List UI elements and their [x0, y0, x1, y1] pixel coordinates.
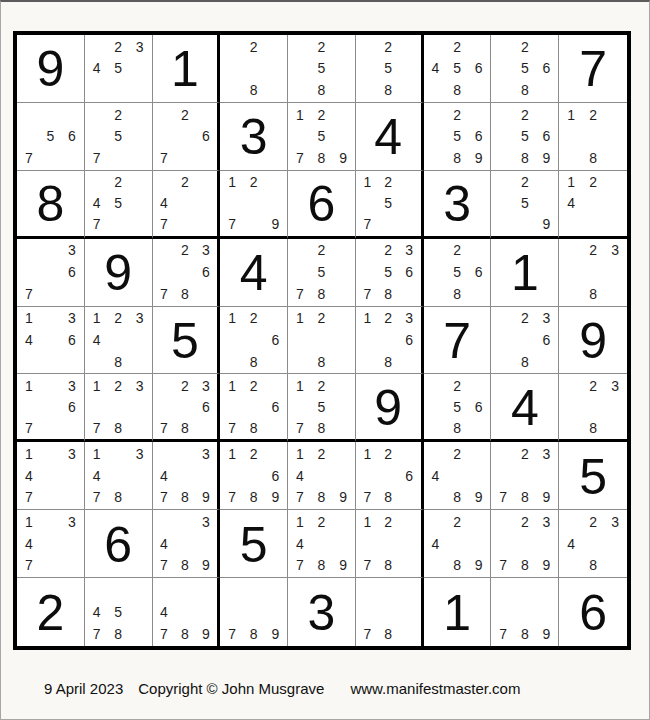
candidate-2: 2 [311, 511, 333, 533]
cell-r5c4[interactable]: 1268 [220, 307, 288, 375]
candidate-2: 2 [582, 172, 604, 193]
cell-r9c8[interactable]: 789 [491, 578, 559, 646]
candidate-2: 2 [107, 375, 129, 396]
cell-r7c3[interactable]: 34789 [153, 442, 221, 510]
candidate-8: 8 [311, 351, 333, 373]
cell-r3c3[interactable]: 247 [153, 171, 221, 239]
cell-r3c6[interactable]: 1257 [356, 171, 424, 239]
candidate-9: 9 [536, 623, 558, 645]
candidate-7: 7 [18, 487, 40, 509]
candidate-9: 9 [332, 487, 354, 509]
candidate-6: 6 [399, 329, 420, 351]
candidates: 2568 [425, 240, 490, 305]
candidates: 1367 [18, 375, 83, 438]
cell-r2c8[interactable]: 25689 [491, 103, 559, 171]
candidate-1: 1 [221, 308, 243, 330]
cell-r6c7[interactable]: 2568 [424, 374, 492, 442]
candidate-4: 4 [18, 533, 40, 555]
candidate-1: 1 [221, 172, 243, 193]
candidates: 2368 [492, 308, 557, 373]
candidate-2: 2 [107, 36, 129, 58]
cell-r3c7[interactable]: 3 [424, 171, 492, 239]
cell-r2c3[interactable]: 267 [153, 103, 221, 171]
cell-r1c8[interactable]: 2568 [491, 35, 559, 103]
cell-r9c4[interactable]: 789 [220, 578, 288, 646]
candidate-6: 6 [399, 261, 420, 283]
digit: 9 [36, 44, 64, 94]
candidate-5: 5 [378, 261, 399, 283]
candidate-1: 1 [18, 308, 40, 330]
candidate-7: 7 [154, 554, 175, 576]
candidates: 257 [86, 104, 151, 169]
candidate-2: 2 [582, 375, 604, 396]
candidate-8: 8 [311, 487, 333, 509]
candidate-9: 9 [332, 554, 354, 576]
candidates: 12348 [86, 308, 151, 373]
candidate-8: 8 [243, 487, 265, 509]
candidate-1: 1 [560, 172, 582, 193]
cell-r6c1[interactable]: 1367 [17, 374, 85, 442]
cell-r3c9[interactable]: 124 [559, 171, 627, 239]
cell-r6c2[interactable]: 12378 [85, 374, 153, 442]
candidate-9: 9 [195, 487, 216, 509]
cell-r4c5[interactable]: 2578 [288, 239, 356, 307]
candidate-1: 1 [86, 375, 108, 396]
cell-r9c5[interactable]: 3 [288, 578, 356, 646]
candidate-8: 8 [174, 623, 195, 645]
candidate-1: 1 [357, 511, 378, 533]
candidates: 12578 [289, 375, 354, 438]
candidate-8: 8 [378, 554, 399, 576]
cell-r7c8[interactable]: 23789 [491, 442, 559, 510]
cell-r7c7[interactable]: 2489 [424, 442, 492, 510]
candidate-2: 2 [311, 443, 333, 465]
candidate-6: 6 [536, 58, 558, 80]
candidates: 128 [560, 104, 626, 169]
cell-r4c7[interactable]: 2568 [424, 239, 492, 307]
cell-r1c6[interactable]: 258 [356, 35, 424, 103]
candidate-7: 7 [357, 214, 378, 235]
candidate-7: 7 [154, 417, 175, 438]
candidates: 4789 [154, 579, 217, 645]
candidate-8: 8 [514, 147, 536, 169]
digit: 4 [240, 248, 268, 298]
candidate-4: 4 [18, 465, 40, 487]
candidates: 128 [289, 308, 354, 373]
candidate-8: 8 [107, 351, 129, 373]
candidate-4: 4 [86, 329, 108, 351]
candidate-4: 4 [425, 533, 447, 555]
candidates: 124789 [289, 443, 354, 508]
candidates: 258 [357, 36, 420, 101]
candidate-7: 7 [18, 147, 40, 169]
cell-r3c1[interactable]: 8 [17, 171, 85, 239]
candidate-5: 5 [107, 193, 129, 214]
candidate-2: 2 [514, 36, 536, 58]
candidate-3: 3 [399, 308, 420, 330]
candidates: 23789 [492, 511, 557, 576]
candidate-9: 9 [536, 147, 558, 169]
candidate-5: 5 [107, 126, 129, 148]
candidates: 12678 [221, 375, 286, 438]
candidate-6: 6 [468, 58, 490, 80]
cell-r5c5[interactable]: 128 [288, 307, 356, 375]
candidate-3: 3 [195, 240, 216, 262]
candidate-2: 2 [174, 375, 195, 396]
candidate-3: 3 [195, 511, 216, 533]
digit: 9 [104, 248, 132, 298]
candidate-6: 6 [195, 396, 216, 417]
candidate-8: 8 [243, 351, 265, 373]
cell-r2c2[interactable]: 257 [85, 103, 153, 171]
candidate-3: 3 [61, 375, 83, 396]
candidate-4: 4 [154, 193, 175, 214]
cell-r5c1[interactable]: 1346 [17, 307, 85, 375]
candidate-8: 8 [378, 283, 399, 305]
candidate-3: 3 [61, 511, 83, 533]
candidate-1: 1 [357, 443, 378, 465]
cell-r7c1[interactable]: 1347 [17, 442, 85, 510]
cell-r5c2[interactable]: 12348 [85, 307, 153, 375]
candidate-6: 6 [195, 261, 216, 283]
candidate-7: 7 [18, 417, 40, 438]
cell-r8c6[interactable]: 1278 [356, 510, 424, 578]
candidate-2: 2 [378, 511, 399, 533]
cell-r7c5[interactable]: 124789 [288, 442, 356, 510]
candidate-4: 4 [289, 465, 311, 487]
candidate-4: 4 [154, 465, 175, 487]
candidate-2: 2 [243, 172, 265, 193]
cell-r3c4[interactable]: 1279 [220, 171, 288, 239]
candidate-6: 6 [536, 126, 558, 148]
candidate-9: 9 [536, 214, 558, 235]
candidate-8: 8 [446, 147, 468, 169]
candidate-6: 6 [468, 261, 490, 283]
footer: 9 April 2023 Copyright © John Musgrave w… [44, 680, 520, 700]
cell-r6c5[interactable]: 12578 [288, 374, 356, 442]
cell-r2c1[interactable]: 567 [17, 103, 85, 171]
candidates: 1347 [18, 443, 83, 508]
candidate-5: 5 [311, 261, 333, 283]
candidate-3: 3 [604, 375, 626, 396]
cell-r2c4[interactable]: 3 [220, 103, 288, 171]
candidate-4: 4 [560, 193, 582, 214]
candidates: 2489 [425, 443, 490, 508]
cell-r2c6[interactable]: 4 [356, 103, 424, 171]
candidates: 23678 [154, 240, 217, 305]
candidates: 1268 [221, 308, 286, 373]
candidate-2: 2 [582, 511, 604, 533]
candidate-6: 6 [468, 126, 490, 148]
candidate-7: 7 [86, 147, 108, 169]
candidate-5: 5 [107, 58, 129, 80]
candidate-9: 9 [332, 147, 354, 169]
candidate-3: 3 [129, 375, 151, 396]
candidate-2: 2 [107, 104, 129, 126]
candidate-8: 8 [378, 79, 399, 101]
candidates: 247 [154, 172, 217, 235]
candidate-7: 7 [221, 623, 243, 645]
candidate-8: 8 [514, 79, 536, 101]
candidate-5: 5 [311, 58, 333, 80]
footer-date: 9 April 2023 [44, 680, 123, 697]
candidate-8: 8 [446, 283, 468, 305]
candidate-6: 6 [61, 261, 83, 283]
candidates: 1278 [357, 511, 420, 576]
cell-r8c4[interactable]: 5 [220, 510, 288, 578]
candidate-8: 8 [311, 554, 333, 576]
digit: 9 [579, 316, 607, 366]
cell-r9c3[interactable]: 4789 [153, 578, 221, 646]
cell-r2c5[interactable]: 125789 [288, 103, 356, 171]
digit: 8 [36, 179, 64, 229]
cell-r9c9[interactable]: 6 [559, 578, 627, 646]
candidate-7: 7 [289, 147, 311, 169]
candidate-1: 1 [86, 308, 108, 330]
candidate-1: 1 [357, 172, 378, 193]
candidate-8: 8 [174, 283, 195, 305]
candidate-5: 5 [446, 126, 468, 148]
cell-r1c9[interactable]: 7 [559, 35, 627, 103]
candidate-2: 2 [514, 104, 536, 126]
candidate-6: 6 [265, 465, 287, 487]
cell-r2c7[interactable]: 25689 [424, 103, 492, 171]
candidate-8: 8 [174, 487, 195, 509]
candidate-2: 2 [243, 308, 265, 330]
cell-r7c4[interactable]: 126789 [220, 442, 288, 510]
cell-r4c6[interactable]: 235678 [356, 239, 424, 307]
cell-r6c9[interactable]: 238 [559, 374, 627, 442]
cell-r5c6[interactable]: 12368 [356, 307, 424, 375]
candidate-8: 8 [582, 554, 604, 576]
candidate-4: 4 [560, 533, 582, 555]
candidate-5: 5 [446, 396, 468, 417]
cell-r4c8[interactable]: 1 [491, 239, 559, 307]
digit: 2 [36, 588, 64, 638]
candidates: 2457 [86, 172, 151, 235]
candidate-8: 8 [514, 623, 536, 645]
cell-r8c3[interactable]: 34789 [153, 510, 221, 578]
cell-r7c2[interactable]: 13478 [85, 442, 153, 510]
candidate-7: 7 [154, 147, 175, 169]
digit: 5 [171, 316, 199, 366]
candidate-2: 2 [446, 375, 468, 396]
candidate-7: 7 [289, 554, 311, 576]
candidates: 124789 [289, 511, 354, 576]
candidates: 789 [221, 579, 286, 645]
cell-r1c4[interactable]: 28 [220, 35, 288, 103]
candidate-4: 4 [425, 58, 447, 80]
cell-r4c2[interactable]: 9 [85, 239, 153, 307]
candidate-7: 7 [221, 214, 243, 235]
cell-r5c3[interactable]: 5 [153, 307, 221, 375]
candidate-7: 7 [154, 623, 175, 645]
candidate-2: 2 [446, 104, 468, 126]
candidate-7: 7 [154, 283, 175, 305]
cell-r1c5[interactable]: 258 [288, 35, 356, 103]
cell-r1c3[interactable]: 1 [153, 35, 221, 103]
candidate-1: 1 [289, 308, 311, 330]
candidates: 126789 [221, 443, 286, 508]
candidate-3: 3 [195, 443, 216, 465]
candidate-9: 9 [468, 554, 490, 576]
cell-r8c9[interactable]: 2348 [559, 510, 627, 578]
cell-r6c3[interactable]: 23678 [153, 374, 221, 442]
candidate-8: 8 [582, 147, 604, 169]
candidate-7: 7 [86, 417, 108, 438]
cell-r7c9[interactable]: 5 [559, 442, 627, 510]
candidate-4: 4 [154, 533, 175, 555]
cell-r1c1[interactable]: 9 [17, 35, 85, 103]
candidates: 12678 [357, 443, 420, 508]
candidate-7: 7 [86, 623, 108, 645]
cell-r4c1[interactable]: 367 [17, 239, 85, 307]
candidate-2: 2 [174, 240, 195, 262]
cell-r3c8[interactable]: 259 [491, 171, 559, 239]
digit: 1 [443, 588, 471, 638]
candidate-2: 2 [107, 308, 129, 330]
digit: 4 [374, 112, 402, 162]
candidates: 25689 [492, 104, 557, 169]
candidate-2: 2 [243, 36, 265, 58]
candidate-7: 7 [289, 487, 311, 509]
candidate-4: 4 [86, 193, 108, 214]
candidates: 34789 [154, 443, 217, 508]
candidate-7: 7 [357, 283, 378, 305]
candidates: 1346 [18, 308, 83, 373]
candidate-8: 8 [174, 417, 195, 438]
candidate-2: 2 [243, 375, 265, 396]
candidate-2: 2 [378, 36, 399, 58]
digit: 4 [511, 383, 539, 433]
cell-r9c2[interactable]: 4578 [85, 578, 153, 646]
candidates: 34789 [154, 511, 217, 576]
digit: 3 [240, 112, 268, 162]
candidate-2: 2 [107, 172, 129, 193]
candidates: 125789 [289, 104, 354, 169]
cell-r6c6[interactable]: 9 [356, 374, 424, 442]
cell-r2c9[interactable]: 128 [559, 103, 627, 171]
cell-r8c8[interactable]: 23789 [491, 510, 559, 578]
candidate-6: 6 [468, 396, 490, 417]
cell-r9c6[interactable]: 78 [356, 578, 424, 646]
sudoku-grid: 9234512825825824568256875672572673125789… [13, 31, 631, 650]
candidate-2: 2 [514, 308, 536, 330]
candidate-7: 7 [86, 214, 108, 235]
candidate-2: 2 [174, 172, 195, 193]
candidate-1: 1 [357, 308, 378, 330]
cell-r5c9[interactable]: 9 [559, 307, 627, 375]
footer-copyright: Copyright © John Musgrave [138, 680, 324, 697]
candidate-7: 7 [18, 554, 40, 576]
candidate-2: 2 [446, 240, 468, 262]
cell-r4c9[interactable]: 238 [559, 239, 627, 307]
cell-r8c1[interactable]: 1347 [17, 510, 85, 578]
candidate-7: 7 [492, 487, 514, 509]
candidates: 124 [560, 172, 626, 235]
digit: 3 [443, 179, 471, 229]
candidate-2: 2 [311, 375, 333, 396]
candidate-8: 8 [243, 79, 265, 101]
candidate-2: 2 [582, 104, 604, 126]
candidate-8: 8 [311, 147, 333, 169]
cell-r3c5[interactable]: 6 [288, 171, 356, 239]
cell-r1c7[interactable]: 24568 [424, 35, 492, 103]
candidates: 267 [154, 104, 217, 169]
candidate-4: 4 [86, 58, 108, 80]
cell-r4c3[interactable]: 23678 [153, 239, 221, 307]
candidate-7: 7 [86, 487, 108, 509]
footer-website: www.manifestmaster.com [350, 680, 520, 697]
candidate-6: 6 [61, 396, 83, 417]
candidates: 2489 [425, 511, 490, 576]
candidates: 24568 [425, 36, 490, 101]
candidate-3: 3 [536, 308, 558, 330]
cell-r8c5[interactable]: 124789 [288, 510, 356, 578]
cell-r5c7[interactable]: 7 [424, 307, 492, 375]
candidates: 238 [560, 375, 626, 438]
candidate-7: 7 [289, 283, 311, 305]
candidate-2: 2 [446, 511, 468, 533]
candidate-4: 4 [154, 601, 175, 623]
digit: 6 [308, 179, 336, 229]
cell-r8c7[interactable]: 2489 [424, 510, 492, 578]
candidate-9: 9 [265, 623, 287, 645]
candidate-8: 8 [514, 487, 536, 509]
cell-r6c4[interactable]: 12678 [220, 374, 288, 442]
digit: 5 [240, 520, 268, 570]
candidate-8: 8 [378, 351, 399, 373]
candidate-7: 7 [221, 487, 243, 509]
candidate-8: 8 [311, 417, 333, 438]
candidate-1: 1 [18, 375, 40, 396]
candidate-1: 1 [289, 443, 311, 465]
cell-r7c6[interactable]: 12678 [356, 442, 424, 510]
candidate-3: 3 [604, 240, 626, 262]
page: 9234512825825824568256875672572673125789… [0, 0, 650, 720]
candidate-1: 1 [289, 104, 311, 126]
candidates: 235678 [357, 240, 420, 305]
candidates: 258 [289, 36, 354, 101]
candidate-2: 2 [174, 104, 195, 126]
cell-r9c7[interactable]: 1 [424, 578, 492, 646]
cell-r9c1[interactable]: 2 [17, 578, 85, 646]
digit: 1 [511, 248, 539, 298]
cell-r4c4[interactable]: 4 [220, 239, 288, 307]
cell-r6c8[interactable]: 4 [491, 374, 559, 442]
cell-r8c2[interactable]: 6 [85, 510, 153, 578]
candidate-3: 3 [129, 36, 151, 58]
candidate-2: 2 [378, 240, 399, 262]
digit: 3 [308, 588, 336, 638]
candidate-7: 7 [221, 417, 243, 438]
cell-r1c2[interactable]: 2345 [85, 35, 153, 103]
candidate-2: 2 [243, 443, 265, 465]
cell-r5c8[interactable]: 2368 [491, 307, 559, 375]
candidate-3: 3 [129, 308, 151, 330]
candidate-5: 5 [40, 126, 62, 148]
candidates: 13478 [86, 443, 151, 508]
candidate-8: 8 [311, 79, 333, 101]
cell-r3c2[interactable]: 2457 [85, 171, 153, 239]
candidate-8: 8 [311, 283, 333, 305]
candidate-8: 8 [446, 79, 468, 101]
candidate-9: 9 [265, 214, 287, 235]
candidate-5: 5 [378, 193, 399, 214]
candidate-2: 2 [311, 308, 333, 330]
candidates: 367 [18, 240, 83, 305]
candidate-7: 7 [492, 554, 514, 576]
